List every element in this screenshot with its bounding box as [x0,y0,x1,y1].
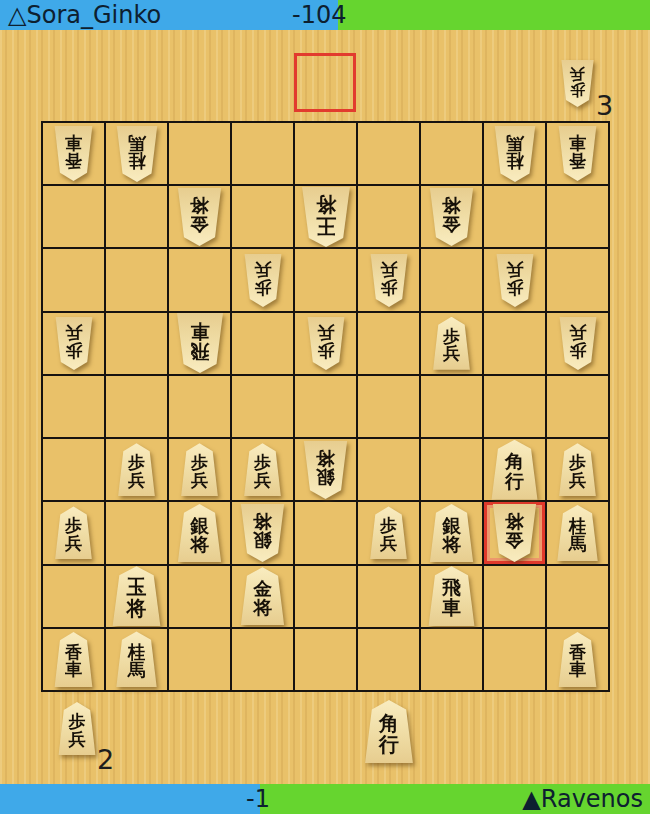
square-r4c5[interactable]: 歩兵 [295,313,356,374]
square-r6c6[interactable] [358,439,419,500]
square-r4c8[interactable] [484,313,545,374]
top-eval-bar: △Sora_Ginko -104 [0,0,650,30]
gote-player-label: △Sora_Ginko [8,0,161,30]
board: 香車桂馬桂馬香車金将王将金将歩兵歩兵歩兵歩兵飛車歩兵歩兵歩兵歩兵歩兵歩兵銀将角行… [41,121,610,692]
piece-sente-pawn[interactable]: 歩兵 [180,443,220,496]
piece-sente-king[interactable]: 玉将 [111,566,163,626]
piece-sente-silver[interactable]: 銀将 [428,504,475,562]
bottom-eval-bar: -1 ▲Ravenos [0,784,650,814]
square-r3c2[interactable] [106,249,167,310]
square-r5c8[interactable] [484,376,545,437]
square-r8c3[interactable] [169,566,230,627]
square-r5c1[interactable] [43,376,104,437]
square-r7c2[interactable] [106,502,167,563]
square-r3c1[interactable] [43,249,104,310]
square-r7c3[interactable]: 銀将 [169,502,230,563]
last-move-origin-hand-slot [294,53,356,112]
top-eval-bar-green [338,0,650,30]
sente-eval-score: -1 [246,784,270,814]
square-r1c4[interactable] [232,123,293,184]
piece-gote-pawn[interactable]: 歩兵 [558,317,598,370]
square-r9c9[interactable]: 香車 [547,629,608,690]
square-r7c7[interactable]: 銀将 [421,502,482,563]
square-r8c6[interactable] [358,566,419,627]
square-r1c8[interactable]: 桂馬 [484,123,545,184]
piece-gote-silver[interactable]: 銀将 [239,504,286,562]
gote-hand-pawn[interactable]: 歩兵 [560,60,595,107]
square-r6c1[interactable] [43,439,104,500]
square-r3c4[interactable]: 歩兵 [232,249,293,310]
square-r4c7[interactable]: 歩兵 [421,313,482,374]
piece-sente-bishop[interactable]: 角行 [490,440,540,500]
piece-gote-pawn[interactable]: 歩兵 [369,254,409,307]
square-r8c9[interactable] [547,566,608,627]
square-r3c6[interactable]: 歩兵 [358,249,419,310]
square-r6c5[interactable]: 銀将 [295,439,356,500]
sente-hand-pawn[interactable]: 歩兵 [57,702,97,755]
piece-gote-pawn[interactable]: 歩兵 [495,254,535,307]
square-r1c6[interactable] [358,123,419,184]
piece-gote-silver[interactable]: 銀将 [302,441,349,499]
square-r8c2[interactable]: 玉将 [106,566,167,627]
square-r2c4[interactable] [232,186,293,247]
square-r7c8[interactable]: 金将 [484,502,545,563]
sente-hand-pawn-count: 2 [97,746,114,773]
square-r3c3[interactable] [169,249,230,310]
gote-hand-pawn-count: 3 [596,92,613,119]
square-r2c2[interactable] [106,186,167,247]
square-r9c5[interactable] [295,629,356,690]
piece-sente-lance[interactable]: 香車 [53,632,94,687]
square-r6c9[interactable]: 歩兵 [547,439,608,500]
square-r1c1[interactable]: 香車 [43,123,104,184]
square-r8c1[interactable] [43,566,104,627]
piece-sente-pawn[interactable]: 歩兵 [558,443,598,496]
square-r7c4[interactable]: 銀将 [232,502,293,563]
square-r2c3[interactable]: 金将 [169,186,230,247]
square-r6c4[interactable]: 歩兵 [232,439,293,500]
square-r4c3[interactable]: 飛車 [169,313,230,374]
square-r9c7[interactable] [421,629,482,690]
square-r5c3[interactable] [169,376,230,437]
square-r1c7[interactable] [421,123,482,184]
square-r8c8[interactable] [484,566,545,627]
piece-sente-pawn[interactable]: 歩兵 [243,443,283,496]
square-r4c9[interactable]: 歩兵 [547,313,608,374]
piece-gote-gold[interactable]: 金将 [428,188,475,246]
square-r6c7[interactable] [421,439,482,500]
square-r2c9[interactable] [547,186,608,247]
square-r9c1[interactable]: 香車 [43,629,104,690]
square-r4c1[interactable]: 歩兵 [43,313,104,374]
square-r1c9[interactable]: 香車 [547,123,608,184]
piece-sente-lance[interactable]: 香車 [557,632,598,687]
piece-gote-knight[interactable]: 桂馬 [493,126,537,182]
piece-sente-pawn[interactable]: 歩兵 [432,317,472,370]
bottom-eval-bar-blue [0,784,260,814]
square-r4c2[interactable] [106,313,167,374]
gote-eval-score: -104 [292,0,346,30]
piece-sente-knight[interactable]: 桂馬 [556,505,600,561]
square-r2c7[interactable]: 金将 [421,186,482,247]
square-r1c3[interactable] [169,123,230,184]
square-r3c8[interactable]: 歩兵 [484,249,545,310]
piece-gote-gold[interactable]: 金将 [491,504,538,562]
app-window: △Sora_Ginko -104 歩兵 3 香車桂馬桂馬香車金将王将金将歩兵歩兵… [0,0,650,814]
piece-sente-gold[interactable]: 金将 [239,567,286,625]
square-r5c4[interactable] [232,376,293,437]
square-r2c6[interactable] [358,186,419,247]
square-r7c9[interactable]: 桂馬 [547,502,608,563]
square-r1c5[interactable] [295,123,356,184]
square-r8c4[interactable]: 金将 [232,566,293,627]
piece-sente-pawn[interactable]: 歩兵 [117,443,157,496]
piece-gote-gold[interactable]: 金将 [176,188,223,246]
square-r9c8[interactable] [484,629,545,690]
square-r8c7[interactable]: 飛車 [421,566,482,627]
sente-player-label: ▲Ravenos [522,784,643,814]
piece-gote-pawn[interactable]: 歩兵 [54,317,94,370]
square-r7c5[interactable] [295,502,356,563]
piece-gote-rook[interactable]: 飛車 [175,313,225,373]
square-r4c4[interactable] [232,313,293,374]
piece-sente-pawn[interactable]: 歩兵 [54,506,94,559]
square-r9c3[interactable] [169,629,230,690]
square-r2c5[interactable]: 王将 [295,186,356,247]
square-r3c5[interactable] [295,249,356,310]
piece-gote-lance[interactable]: 香車 [557,126,598,181]
piece-gote-pawn[interactable]: 歩兵 [306,317,346,370]
piece-gote-king[interactable]: 王将 [300,187,352,247]
piece-gote-lance[interactable]: 香車 [53,126,94,181]
square-r6c2[interactable]: 歩兵 [106,439,167,500]
piece-gote-knight[interactable]: 桂馬 [115,126,159,182]
square-r6c3[interactable]: 歩兵 [169,439,230,500]
square-r3c7[interactable] [421,249,482,310]
square-r9c4[interactable] [232,629,293,690]
square-r9c6[interactable] [358,629,419,690]
square-r5c6[interactable] [358,376,419,437]
piece-gote-pawn[interactable]: 歩兵 [243,254,283,307]
square-r5c2[interactable] [106,376,167,437]
square-r6c8[interactable]: 角行 [484,439,545,500]
square-r5c7[interactable] [421,376,482,437]
square-r8c5[interactable] [295,566,356,627]
square-r2c1[interactable] [43,186,104,247]
square-r7c6[interactable]: 歩兵 [358,502,419,563]
square-r4c6[interactable] [358,313,419,374]
square-r1c2[interactable]: 桂馬 [106,123,167,184]
piece-sente-knight[interactable]: 桂馬 [115,631,159,687]
piece-sente-silver[interactable]: 銀将 [176,504,223,562]
square-r3c9[interactable] [547,249,608,310]
square-r5c5[interactable] [295,376,356,437]
square-r7c1[interactable]: 歩兵 [43,502,104,563]
piece-sente-rook[interactable]: 飛車 [427,566,477,626]
square-r9c2[interactable]: 桂馬 [106,629,167,690]
sente-hand-bishop[interactable]: 角行 [363,700,415,763]
piece-sente-pawn[interactable]: 歩兵 [369,506,409,559]
square-r5c9[interactable] [547,376,608,437]
square-r2c8[interactable] [484,186,545,247]
